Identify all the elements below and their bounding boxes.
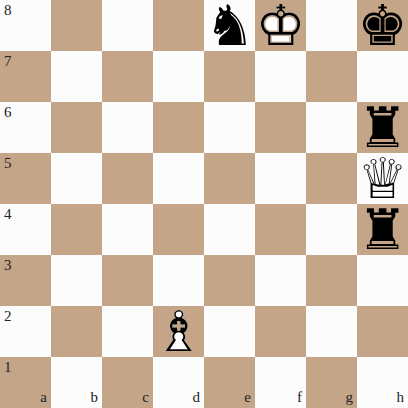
square-a1[interactable] xyxy=(0,357,51,408)
piece-white-king[interactable]: ♔ xyxy=(255,0,306,51)
square-d6[interactable] xyxy=(153,102,204,153)
square-f2[interactable] xyxy=(255,306,306,357)
square-d1[interactable] xyxy=(153,357,204,408)
square-b5[interactable] xyxy=(51,153,102,204)
square-h8[interactable]: ♚ xyxy=(357,0,408,51)
square-a3[interactable] xyxy=(0,255,51,306)
square-b2[interactable] xyxy=(51,306,102,357)
square-e1[interactable] xyxy=(204,357,255,408)
square-c1[interactable] xyxy=(102,357,153,408)
square-h3[interactable] xyxy=(357,255,408,306)
square-f3[interactable] xyxy=(255,255,306,306)
square-d5[interactable] xyxy=(153,153,204,204)
square-f7[interactable] xyxy=(255,51,306,102)
square-c2[interactable] xyxy=(102,306,153,357)
square-f5[interactable] xyxy=(255,153,306,204)
square-c6[interactable] xyxy=(102,102,153,153)
square-e7[interactable] xyxy=(204,51,255,102)
square-c3[interactable] xyxy=(102,255,153,306)
square-d7[interactable] xyxy=(153,51,204,102)
square-g1[interactable] xyxy=(306,357,357,408)
square-f4[interactable] xyxy=(255,204,306,255)
square-a5[interactable] xyxy=(0,153,51,204)
square-d2[interactable]: ♗ xyxy=(153,306,204,357)
square-b3[interactable] xyxy=(51,255,102,306)
square-a6[interactable] xyxy=(0,102,51,153)
square-g7[interactable] xyxy=(306,51,357,102)
square-f1[interactable] xyxy=(255,357,306,408)
square-g2[interactable] xyxy=(306,306,357,357)
square-a4[interactable] xyxy=(0,204,51,255)
square-e4[interactable] xyxy=(204,204,255,255)
square-h2[interactable] xyxy=(357,306,408,357)
piece-black-knight[interactable]: ♞ xyxy=(204,0,255,51)
square-b1[interactable] xyxy=(51,357,102,408)
square-c4[interactable] xyxy=(102,204,153,255)
square-g8[interactable] xyxy=(306,0,357,51)
square-g6[interactable] xyxy=(306,102,357,153)
square-g5[interactable] xyxy=(306,153,357,204)
square-d8[interactable] xyxy=(153,0,204,51)
square-g3[interactable] xyxy=(306,255,357,306)
piece-white-bishop[interactable]: ♗ xyxy=(153,306,204,357)
square-g4[interactable] xyxy=(306,204,357,255)
square-e3[interactable] xyxy=(204,255,255,306)
square-e5[interactable] xyxy=(204,153,255,204)
piece-black-king[interactable]: ♚ xyxy=(357,0,408,51)
square-a7[interactable] xyxy=(0,51,51,102)
square-f6[interactable] xyxy=(255,102,306,153)
square-a8[interactable] xyxy=(0,0,51,51)
square-c8[interactable] xyxy=(102,0,153,51)
square-b8[interactable] xyxy=(51,0,102,51)
square-c7[interactable] xyxy=(102,51,153,102)
piece-black-rook[interactable]: ♜ xyxy=(357,204,408,255)
square-b7[interactable] xyxy=(51,51,102,102)
square-d4[interactable] xyxy=(153,204,204,255)
square-b4[interactable] xyxy=(51,204,102,255)
square-e6[interactable] xyxy=(204,102,255,153)
square-e2[interactable] xyxy=(204,306,255,357)
square-f8[interactable]: ♔ xyxy=(255,0,306,51)
square-h1[interactable] xyxy=(357,357,408,408)
square-e8[interactable]: ♞ xyxy=(204,0,255,51)
square-a2[interactable] xyxy=(0,306,51,357)
square-h4[interactable]: ♜ xyxy=(357,204,408,255)
chess-board: ♞♔♚♜♕♜♗87654321abcdefgh xyxy=(0,0,408,408)
square-b6[interactable] xyxy=(51,102,102,153)
square-c5[interactable] xyxy=(102,153,153,204)
